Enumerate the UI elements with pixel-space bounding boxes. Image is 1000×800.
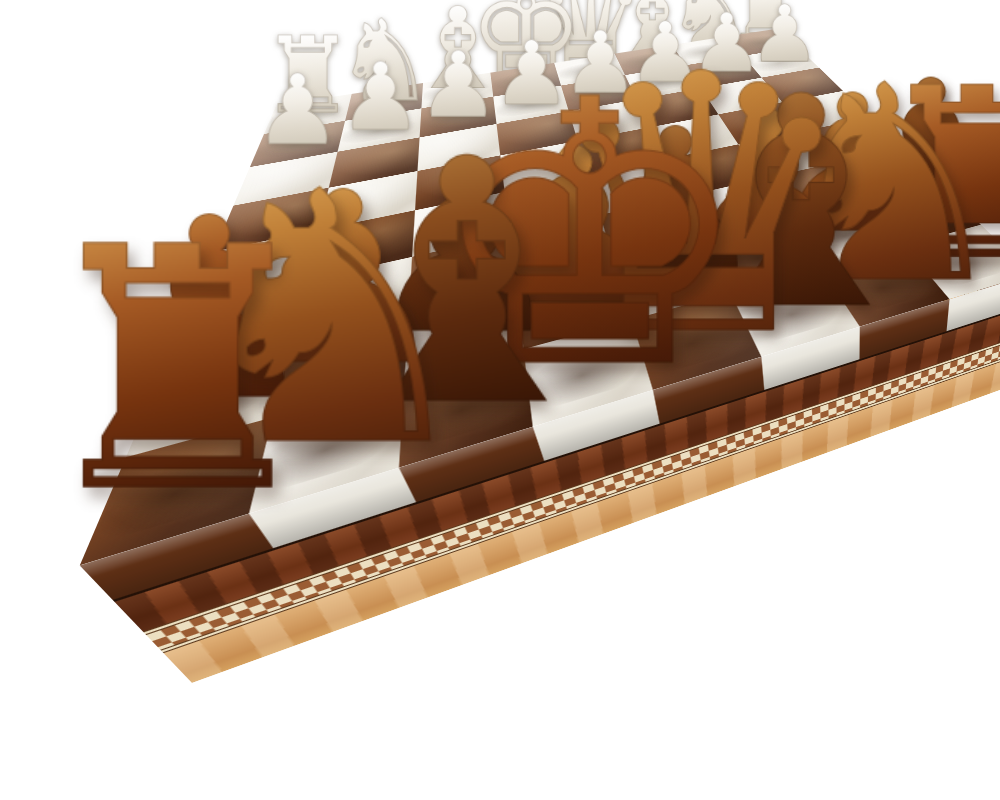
chess-set-photo-scene: ♜♞♝♛♚♝♞♜♟♟♟♟♟♟♟♟♟♟♟♟♟♟♟♟♜♞♝♛♚♝♞♜ <box>0 0 1000 800</box>
chess-board: ♜♞♝♛♚♝♞♜♟♟♟♟♟♟♟♟♟♟♟♟♟♟♟♟♜♞♝♛♚♝♞♜ <box>80 29 1000 566</box>
black-rook-glyph: ♜ <box>28 204 327 537</box>
